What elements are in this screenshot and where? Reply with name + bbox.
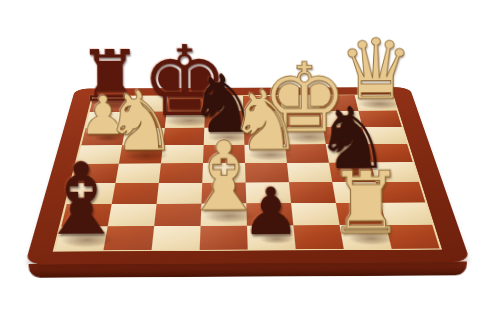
board-front-edge (29, 262, 467, 278)
square-e8[interactable] (243, 96, 282, 112)
product-photo-scene: ♜♛♚♟♞♚♞♞♞♝♝♟♜ (0, 0, 480, 320)
piece-dark-pawn-e1[interactable]: ♟ (242, 184, 301, 240)
square-a8[interactable] (90, 96, 131, 112)
piece-dark-bishop-a1[interactable]: ♝ (36, 158, 126, 243)
square-c8[interactable] (167, 96, 206, 112)
square-d1[interactable] (200, 226, 248, 250)
piece-white-rook-g1[interactable]: ♜ (327, 167, 404, 240)
chess-board[interactable]: ♜♛♚♟♞♚♞♞♞♝♝♟♜ (25, 87, 471, 264)
square-b8[interactable] (128, 96, 168, 112)
square-b7[interactable] (125, 111, 166, 127)
square-c1[interactable] (152, 226, 201, 250)
square-b5[interactable] (119, 145, 163, 164)
square-b6[interactable] (122, 128, 165, 145)
square-d8[interactable] (205, 96, 243, 112)
square-a7[interactable] (86, 112, 128, 128)
